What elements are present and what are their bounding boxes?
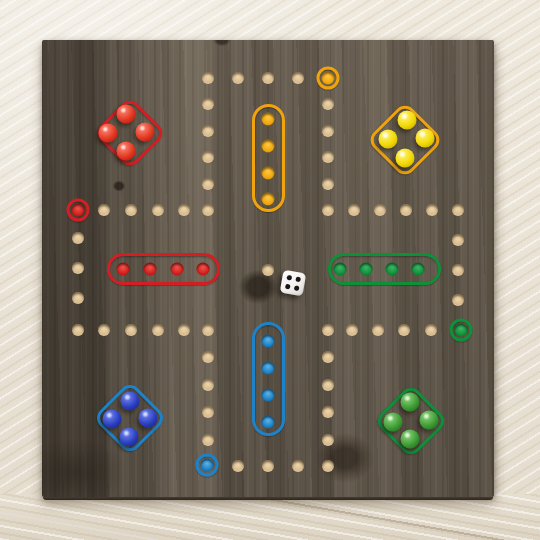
track-hole[interactable] (425, 324, 437, 336)
marble-yellow[interactable] (379, 130, 398, 149)
home-row-hole-red[interactable] (171, 263, 184, 276)
marble-yellow[interactable] (396, 149, 415, 168)
track-hole[interactable] (202, 125, 214, 137)
track-hole[interactable] (202, 178, 214, 190)
track-hole[interactable] (322, 151, 334, 163)
marble-green[interactable] (401, 393, 420, 412)
home-row-hole-yellow[interactable] (262, 113, 275, 126)
track-hole[interactable] (348, 204, 360, 216)
marble-blue[interactable] (121, 392, 140, 411)
track-hole[interactable] (322, 460, 334, 472)
track-hole[interactable] (125, 204, 137, 216)
home-row-hole-yellow[interactable] (262, 140, 275, 153)
track-hole[interactable] (202, 406, 214, 418)
marble-red[interactable] (117, 142, 136, 161)
track-hole[interactable] (322, 178, 334, 190)
home-row-hole-green[interactable] (412, 263, 425, 276)
track-hole[interactable] (374, 204, 386, 216)
home-row-hole-blue[interactable] (262, 416, 275, 429)
track-hole[interactable] (202, 324, 214, 336)
marble-blue[interactable] (103, 410, 122, 429)
track-hole[interactable] (322, 406, 334, 418)
track-hole[interactable] (292, 460, 304, 472)
track-hole[interactable] (152, 204, 164, 216)
pieces-layer (0, 0, 540, 540)
marble-green[interactable] (384, 413, 403, 432)
start-hole-yellow[interactable] (322, 72, 335, 85)
track-hole[interactable] (202, 351, 214, 363)
die[interactable] (280, 270, 307, 297)
track-hole[interactable] (372, 324, 384, 336)
track-hole[interactable] (72, 324, 84, 336)
track-hole[interactable] (98, 324, 110, 336)
photo-scene (0, 0, 540, 540)
home-row-hole-blue[interactable] (262, 389, 275, 402)
track-hole[interactable] (322, 125, 334, 137)
home-row-hole-green[interactable] (386, 263, 399, 276)
track-hole[interactable] (125, 324, 137, 336)
start-hole-blue[interactable] (201, 459, 214, 472)
track-hole[interactable] (202, 204, 214, 216)
marble-green[interactable] (401, 430, 420, 449)
track-hole[interactable] (262, 264, 274, 276)
marble-blue[interactable] (120, 428, 139, 447)
home-row-hole-blue[interactable] (262, 335, 275, 348)
track-hole[interactable] (322, 351, 334, 363)
home-row-hole-green[interactable] (334, 263, 347, 276)
marble-red[interactable] (117, 105, 136, 124)
die-pip (294, 285, 300, 291)
home-row-hole-yellow[interactable] (262, 193, 275, 206)
track-hole[interactable] (232, 72, 244, 84)
marble-yellow[interactable] (398, 111, 417, 130)
track-hole[interactable] (452, 264, 464, 276)
track-hole[interactable] (398, 324, 410, 336)
marble-green[interactable] (420, 411, 439, 430)
marble-yellow[interactable] (416, 129, 435, 148)
track-hole[interactable] (262, 72, 274, 84)
track-hole[interactable] (322, 324, 334, 336)
track-hole[interactable] (322, 379, 334, 391)
track-hole[interactable] (202, 379, 214, 391)
track-hole[interactable] (452, 234, 464, 246)
home-row-hole-red[interactable] (117, 263, 130, 276)
track-hole[interactable] (400, 204, 412, 216)
die-pip (295, 277, 301, 283)
track-hole[interactable] (202, 98, 214, 110)
home-row-hole-yellow[interactable] (262, 167, 275, 180)
track-hole[interactable] (202, 72, 214, 84)
home-row-hole-green[interactable] (360, 263, 373, 276)
home-row-hole-blue[interactable] (262, 362, 275, 375)
marble-red[interactable] (136, 123, 155, 142)
track-hole[interactable] (322, 434, 334, 446)
track-hole[interactable] (98, 204, 110, 216)
marble-blue[interactable] (139, 409, 158, 428)
track-hole[interactable] (452, 204, 464, 216)
track-hole[interactable] (72, 262, 84, 274)
start-hole-red[interactable] (72, 204, 85, 217)
home-row-hole-red[interactable] (144, 263, 157, 276)
die-pip (287, 275, 293, 281)
track-hole[interactable] (292, 72, 304, 84)
start-hole-green[interactable] (455, 324, 468, 337)
die-pip (285, 284, 291, 290)
track-hole[interactable] (72, 292, 84, 304)
track-hole[interactable] (178, 324, 190, 336)
track-hole[interactable] (322, 204, 334, 216)
track-hole[interactable] (262, 460, 274, 472)
track-hole[interactable] (426, 204, 438, 216)
track-hole[interactable] (322, 98, 334, 110)
home-row-hole-red[interactable] (197, 263, 210, 276)
track-hole[interactable] (346, 324, 358, 336)
track-hole[interactable] (232, 460, 244, 472)
track-hole[interactable] (72, 232, 84, 244)
track-hole[interactable] (152, 324, 164, 336)
track-hole[interactable] (202, 151, 214, 163)
track-hole[interactable] (452, 294, 464, 306)
track-hole[interactable] (178, 204, 190, 216)
marble-red[interactable] (99, 124, 118, 143)
track-hole[interactable] (202, 434, 214, 446)
